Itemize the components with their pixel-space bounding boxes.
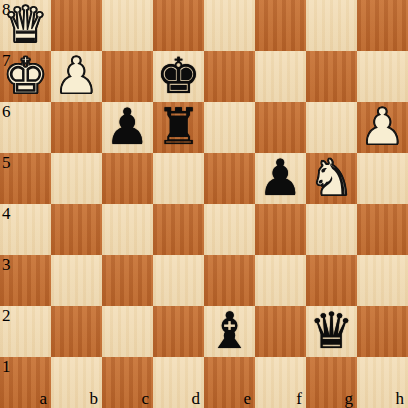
square-f8[interactable] (255, 0, 306, 51)
file-label-h: h (396, 390, 405, 407)
square-c3[interactable] (102, 255, 153, 306)
white-king-a7[interactable]: ♚ (3, 51, 48, 102)
black-pawn-c6[interactable]: ♟ (105, 102, 150, 153)
square-e7[interactable] (204, 51, 255, 102)
rank-label-6: 6 (2, 103, 11, 120)
square-f5[interactable]: ♟ (255, 153, 306, 204)
square-c8[interactable] (102, 0, 153, 51)
file-label-d: d (192, 390, 201, 407)
square-b5[interactable] (51, 153, 102, 204)
square-c7[interactable] (102, 51, 153, 102)
square-h6[interactable]: ♟ (357, 102, 408, 153)
square-h7[interactable] (357, 51, 408, 102)
black-rook-d6[interactable]: ♜ (156, 102, 201, 153)
rank-label-3: 3 (2, 256, 11, 273)
square-f4[interactable] (255, 204, 306, 255)
square-f6[interactable] (255, 102, 306, 153)
file-label-b: b (90, 390, 99, 407)
square-e8[interactable] (204, 0, 255, 51)
square-h1[interactable]: h (357, 357, 408, 408)
square-h4[interactable] (357, 204, 408, 255)
square-g6[interactable] (306, 102, 357, 153)
square-c1[interactable]: c (102, 357, 153, 408)
square-b4[interactable] (51, 204, 102, 255)
square-f2[interactable] (255, 306, 306, 357)
square-d4[interactable] (153, 204, 204, 255)
square-b2[interactable] (51, 306, 102, 357)
black-queen-g2[interactable]: ♛ (309, 306, 354, 357)
square-g5[interactable]: ♞ (306, 153, 357, 204)
square-a6[interactable]: 6 (0, 102, 51, 153)
file-label-f: f (296, 390, 302, 407)
rank-label-4: 4 (2, 205, 11, 222)
black-bishop-e2[interactable]: ♝ (207, 306, 252, 357)
square-e4[interactable] (204, 204, 255, 255)
square-c4[interactable] (102, 204, 153, 255)
square-b6[interactable] (51, 102, 102, 153)
square-f1[interactable]: f (255, 357, 306, 408)
square-d3[interactable] (153, 255, 204, 306)
square-a4[interactable]: 4 (0, 204, 51, 255)
square-h8[interactable] (357, 0, 408, 51)
square-e1[interactable]: e (204, 357, 255, 408)
square-f7[interactable] (255, 51, 306, 102)
file-label-c: c (141, 390, 149, 407)
chess-board: 8♛7♚♟♚6♟♜♟5♟♞432♝♛1abcdefgh (0, 0, 408, 408)
square-h5[interactable] (357, 153, 408, 204)
square-d7[interactable]: ♚ (153, 51, 204, 102)
square-a8[interactable]: 8♛ (0, 0, 51, 51)
square-g3[interactable] (306, 255, 357, 306)
square-e5[interactable] (204, 153, 255, 204)
square-e3[interactable] (204, 255, 255, 306)
square-d1[interactable]: d (153, 357, 204, 408)
file-label-a: a (39, 390, 47, 407)
square-c2[interactable] (102, 306, 153, 357)
square-c6[interactable]: ♟ (102, 102, 153, 153)
square-d5[interactable] (153, 153, 204, 204)
square-g8[interactable] (306, 0, 357, 51)
white-knight-g5[interactable]: ♞ (309, 153, 354, 204)
square-b3[interactable] (51, 255, 102, 306)
square-d8[interactable] (153, 0, 204, 51)
square-d6[interactable]: ♜ (153, 102, 204, 153)
square-g7[interactable] (306, 51, 357, 102)
square-a7[interactable]: 7♚ (0, 51, 51, 102)
square-b7[interactable]: ♟ (51, 51, 102, 102)
rank-label-1: 1 (2, 358, 11, 375)
square-a1[interactable]: 1a (0, 357, 51, 408)
square-e6[interactable] (204, 102, 255, 153)
white-queen-a8[interactable]: ♛ (3, 0, 48, 51)
square-h3[interactable] (357, 255, 408, 306)
square-a2[interactable]: 2 (0, 306, 51, 357)
square-a5[interactable]: 5 (0, 153, 51, 204)
square-h2[interactable] (357, 306, 408, 357)
black-king-d7[interactable]: ♚ (156, 51, 201, 102)
square-f3[interactable] (255, 255, 306, 306)
file-label-e: e (243, 390, 251, 407)
square-b1[interactable]: b (51, 357, 102, 408)
square-b8[interactable] (51, 0, 102, 51)
square-c5[interactable] (102, 153, 153, 204)
black-pawn-f5[interactable]: ♟ (258, 153, 303, 204)
white-pawn-b7[interactable]: ♟ (54, 51, 99, 102)
rank-label-2: 2 (2, 307, 11, 324)
square-a3[interactable]: 3 (0, 255, 51, 306)
rank-label-5: 5 (2, 154, 11, 171)
file-label-g: g (345, 390, 354, 407)
square-g4[interactable] (306, 204, 357, 255)
square-g1[interactable]: g (306, 357, 357, 408)
square-g2[interactable]: ♛ (306, 306, 357, 357)
square-e2[interactable]: ♝ (204, 306, 255, 357)
square-d2[interactable] (153, 306, 204, 357)
white-pawn-h6[interactable]: ♟ (360, 102, 405, 153)
